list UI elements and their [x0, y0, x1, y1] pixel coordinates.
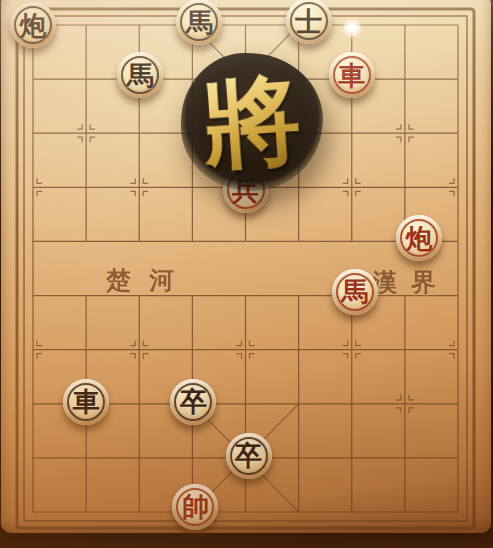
piece-glyph: 卒 [170, 379, 216, 425]
piece-black-cannon-a10[interactable]: 炮 [10, 2, 56, 48]
piece-glyph: 馬 [332, 269, 378, 315]
piece-glyph: 士 [286, 0, 332, 44]
piece-red-general-d1[interactable]: 帥 [172, 484, 218, 530]
check-animation-badge: 將 [181, 53, 323, 191]
piece-black-chariot-b3[interactable]: 車 [63, 379, 109, 425]
piece-black-advisor-f10[interactable]: 士 [286, 0, 332, 44]
check-badge-glyph: 將 [200, 70, 305, 175]
last-move-origin-marker [339, 15, 365, 41]
river-label-right: 漢界 [372, 266, 450, 299]
piece-red-cannon-h6[interactable]: 炮 [396, 215, 442, 261]
piece-glyph: 車 [63, 379, 109, 425]
piece-glyph: 炮 [396, 215, 442, 261]
piece-glyph: 馬 [176, 0, 222, 45]
piece-red-horse-g5[interactable]: 馬 [332, 269, 378, 315]
piece-glyph: 卒 [226, 433, 272, 479]
river-label-left: 楚河 [106, 264, 192, 297]
piece-black-soldier-d3[interactable]: 卒 [170, 379, 216, 425]
xiangqi-game-screen: 楚河 漢界 炮馬士馬將車兵炮馬車卒卒帥 將 [0, 0, 493, 548]
piece-black-horse-c9[interactable]: 馬 [117, 52, 163, 98]
piece-glyph: 帥 [172, 484, 218, 530]
piece-glyph: 馬 [117, 52, 163, 98]
piece-glyph: 炮 [10, 2, 56, 48]
piece-glyph: 車 [329, 52, 375, 98]
piece-black-horse-d10[interactable]: 馬 [176, 0, 222, 45]
piece-black-soldier-e2[interactable]: 卒 [226, 433, 272, 479]
piece-red-chariot-g9[interactable]: 車 [329, 52, 375, 98]
